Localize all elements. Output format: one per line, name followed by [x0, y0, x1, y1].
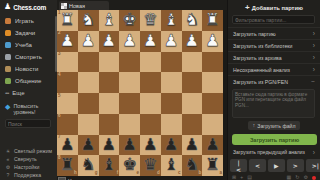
upload-icon: ↑ [253, 123, 256, 128]
black-bishop: ♝ [101, 157, 116, 174]
square-d2[interactable]: ♟ [140, 31, 161, 52]
square-e3[interactable] [119, 52, 140, 73]
square-a3[interactable] [202, 52, 223, 73]
black-bishop: ♝ [164, 157, 179, 174]
add-variation-icon[interactable]: + [240, 175, 243, 180]
square-f4[interactable] [99, 72, 120, 93]
square-a1[interactable]: ♜ [202, 10, 223, 31]
square-a4[interactable] [202, 72, 223, 93]
upload-file-button[interactable]: ↑ Загрузить файл [248, 121, 300, 130]
sidebar-item-puzzles[interactable]: Задачи [0, 27, 57, 39]
sidebar-item-play[interactable]: Играть [0, 15, 57, 27]
file-label: d [157, 171, 160, 176]
chevron-right-icon: › [313, 149, 315, 156]
analysis-tab-bar: Новая [57, 0, 227, 10]
square-b4[interactable] [182, 72, 203, 93]
black-pawn: ♟ [60, 137, 75, 154]
file-label: f [117, 171, 119, 176]
white-pawn: ♟ [205, 33, 220, 50]
rank-label: 4 [58, 73, 61, 78]
sidebar-item-label: Задачи [15, 30, 35, 36]
last-move-button[interactable]: >| [306, 159, 320, 172]
load-game-button[interactable]: Загрузить партию [232, 134, 317, 145]
white-pawn: ♟ [101, 33, 116, 50]
load-option-row[interactable]: Загрузить из архива› [228, 51, 320, 63]
square-c6[interactable] [161, 114, 182, 135]
square-d5[interactable] [140, 93, 161, 114]
square-a5[interactable] [202, 93, 223, 114]
square-g5[interactable] [78, 93, 99, 114]
news-icon [5, 66, 11, 72]
sidebar-item-learn[interactable]: Учеба [0, 39, 57, 51]
load-option-row[interactable]: Загрузить партию› [228, 27, 320, 39]
square-c7[interactable]: ♟ [161, 135, 182, 156]
square-c3[interactable] [161, 52, 182, 73]
square-e5[interactable] [119, 93, 140, 114]
square-b6[interactable] [182, 114, 203, 135]
black-rook: ♜ [205, 157, 220, 174]
filter-games-input[interactable] [232, 15, 315, 24]
sidebar-item-label: Новости [15, 66, 38, 72]
play-icon [5, 18, 11, 24]
square-h2[interactable]: 2♟ [57, 31, 78, 52]
white-pawn: ♟ [122, 33, 137, 50]
sidebar-item-label: Еще [12, 90, 24, 96]
rank-label: 8 [58, 156, 61, 161]
rank-label: 3 [58, 52, 61, 57]
pawn-logo-icon: ♟ [4, 3, 11, 11]
flip-board-icon[interactable]: ↻ [295, 175, 299, 180]
tab-label: Новая [69, 3, 85, 9]
load-option-row[interactable]: Загрузить из PGN/FEN− [228, 75, 320, 87]
load-game-panel: + Добавить партию Загрузить партию›Загру… [227, 0, 320, 180]
chesscom-logo[interactable]: ♟ Chess.com [0, 0, 57, 13]
white-knight: ♞ [81, 12, 96, 29]
square-d8[interactable]: d♛ [140, 155, 161, 176]
square-h1[interactable]: 1♜ [57, 10, 78, 31]
upgrade-label: Повысить уровень! [13, 103, 55, 115]
file-label: c [178, 171, 181, 176]
black-pawn: ♟ [122, 137, 137, 154]
sidebar-item-connect[interactable]: Общение [0, 75, 57, 87]
mini-board-icon [61, 3, 67, 9]
bottom-player-bar: Черные [58, 177, 88, 180]
black-pawn: ♟ [184, 137, 199, 154]
sidebar: ♟ Chess.com ИгратьЗадачиУчебаСмотретьНов… [0, 0, 57, 180]
tab-new-game[interactable]: Новая [59, 1, 109, 10]
sidebar-item-label: Общение [15, 78, 41, 84]
add-game-button[interactable]: + Добавить партию [228, 0, 320, 15]
square-f5[interactable] [99, 93, 120, 114]
square-c4[interactable] [161, 72, 182, 93]
play-button[interactable]: ▶ [268, 159, 285, 172]
square-c1[interactable]: ♝ [161, 10, 182, 31]
white-knight: ♞ [184, 12, 199, 29]
watch-icon [5, 54, 11, 60]
square-f1[interactable]: ♝ [99, 10, 120, 31]
settings-gear-icon: ⚙ [5, 164, 11, 170]
square-a7[interactable]: ♟ [202, 135, 223, 156]
square-b7[interactable]: ♟ [182, 135, 203, 156]
square-d6[interactable] [140, 114, 161, 135]
black-pawn: ♟ [101, 137, 116, 154]
square-d4[interactable] [140, 72, 161, 93]
black-pawn: ♟ [81, 137, 96, 154]
move-navigation-controls: |<<▶>>| [228, 158, 320, 173]
square-e6[interactable] [119, 114, 140, 135]
learn-icon [5, 42, 11, 48]
sidebar-item-label: Смотреть [15, 54, 42, 60]
square-e4[interactable] [119, 72, 140, 93]
white-pawn: ♟ [164, 33, 179, 50]
first-move-button[interactable]: |< [230, 159, 247, 172]
square-e1[interactable]: ♚ [119, 10, 140, 31]
rank-label: 1 [58, 11, 61, 16]
square-h3[interactable]: 3 [57, 52, 78, 73]
add-game-label: Добавить партию [252, 5, 303, 11]
sidebar-nav: ИгратьЗадачиУчебаСмотретьНовостиОбщение [0, 15, 57, 87]
square-b2[interactable]: ♟ [182, 31, 203, 52]
square-b3[interactable] [182, 52, 203, 73]
upload-file-label: Загрузить файл [257, 123, 295, 129]
square-f8[interactable]: f♝ [99, 155, 120, 176]
sidebar-footer: ☀Светлый режим«Свернуть⚙Настройки?Поддер… [0, 147, 57, 179]
chevron-right-icon: › [313, 55, 315, 61]
chevron-right-icon: − [311, 79, 315, 85]
square-d3[interactable] [140, 52, 161, 73]
sidebar-search-input[interactable] [5, 119, 51, 128]
square-f2[interactable]: ♟ [99, 31, 120, 52]
rank-label: 2 [58, 31, 61, 36]
square-g3[interactable] [78, 52, 99, 73]
square-c5[interactable] [161, 93, 182, 114]
chevron-right-icon: › [313, 43, 315, 49]
square-a2[interactable]: ♟ [202, 31, 223, 52]
black-pawn: ♟ [143, 137, 158, 154]
square-h6[interactable]: 6 [57, 114, 78, 135]
player-name: Черные [68, 178, 88, 180]
black-knight: ♞ [184, 157, 199, 174]
load-game-label: Загрузить партию [250, 137, 299, 143]
sidebar-item-label: Играть [15, 18, 34, 24]
black-knight: ♞ [81, 157, 96, 174]
load-option-row[interactable]: Несохраненный анализ› [228, 63, 320, 75]
black-pawn: ♟ [164, 137, 179, 154]
panel-footer: ⊞+▤ ▦↻⚙ [228, 173, 320, 180]
more-icon: ••• [5, 90, 8, 96]
settings-gear-icon[interactable]: ⚙ [304, 175, 308, 180]
white-pawn: ♟ [143, 33, 158, 50]
black-queen: ♛ [143, 157, 158, 174]
rank-label: 5 [58, 94, 61, 99]
square-g4[interactable] [78, 72, 99, 93]
square-b1[interactable]: ♞ [182, 10, 203, 31]
chevron-right-icon: › [313, 67, 315, 73]
file-label: a [219, 171, 222, 176]
next-move-button[interactable]: > [287, 159, 304, 172]
square-e7[interactable]: ♟ [119, 135, 140, 156]
collapse-icon: « [5, 156, 11, 162]
file-label: b [199, 171, 202, 176]
square-h8[interactable]: 8h♜ [57, 155, 78, 176]
rank-label: 7 [58, 135, 61, 140]
square-a6[interactable] [202, 114, 223, 135]
sidebar-footer-light-mode[interactable]: ☀Светлый режим [0, 147, 57, 155]
connect-icon [5, 78, 11, 84]
white-pawn: ♟ [60, 33, 75, 50]
sidebar-item-more[interactable]: ••• Еще [0, 87, 57, 99]
plus-icon: + [245, 4, 250, 12]
square-b8[interactable]: b♞ [182, 155, 203, 176]
white-bishop: ♝ [164, 12, 179, 29]
upgrade-link[interactable]: ◆ Повысить уровень! [0, 99, 57, 117]
white-pawn: ♟ [81, 33, 96, 50]
file-label: h [74, 171, 77, 176]
square-h4[interactable]: 4 [57, 72, 78, 93]
rank-label: 6 [58, 114, 61, 119]
footer-icons-left: ⊞+▤ [232, 175, 252, 180]
previous-move-button[interactable]: < [249, 159, 266, 172]
sidebar-item-news[interactable]: Новости [0, 63, 57, 75]
sidebar-footer-settings-gear[interactable]: ⚙Настройки [0, 163, 57, 171]
square-f7[interactable]: ♟ [99, 135, 120, 156]
square-f3[interactable] [99, 52, 120, 73]
square-c2[interactable]: ♟ [161, 31, 182, 52]
square-a8[interactable]: a♜ [202, 155, 223, 176]
logo-text: Chess.com [13, 4, 46, 11]
black-pawn: ♟ [205, 137, 220, 154]
sidebar-item-watch[interactable]: Смотреть [0, 51, 57, 63]
square-g7[interactable]: ♟ [78, 135, 99, 156]
square-e8[interactable]: e♚ [119, 155, 140, 176]
support-icon: ? [5, 172, 11, 178]
sidebar-footer-collapse[interactable]: «Свернуть [0, 155, 57, 163]
white-queen: ♛ [143, 12, 158, 29]
white-pawn: ♟ [184, 33, 199, 50]
puzzles-icon [5, 30, 11, 36]
main-area: Новая 1♜♞♝♚♛♝♞♜2♟♟♟♟♟♟♟♟34567♟♟♟♟♟♟♟♟8h♜… [57, 0, 227, 180]
light-mode-icon: ☀ [5, 148, 11, 154]
sidebar-item-label: Учеба [15, 42, 32, 48]
player-avatar [58, 177, 66, 180]
load-options-list: Загрузить партию›Загрузить из библиотеки… [228, 27, 320, 87]
white-king: ♚ [122, 12, 137, 29]
square-d1[interactable]: ♛ [140, 10, 161, 31]
themes-icon[interactable]: ▦ [287, 175, 292, 180]
file-label: e [136, 171, 139, 176]
board-editor-icon[interactable]: ⊞ [232, 175, 236, 180]
prev-analysis-label: Загрузить предыдущий анализ [233, 149, 305, 155]
pgn-input[interactable] [232, 89, 315, 118]
sidebar-footer-support[interactable]: ?Поддержка [0, 171, 57, 179]
square-g1[interactable]: ♞ [78, 10, 99, 31]
white-rook: ♜ [60, 12, 75, 29]
sidebar-scrollbar[interactable] [55, 16, 57, 72]
square-h5[interactable]: 5 [57, 93, 78, 114]
square-g2[interactable]: ♟ [78, 31, 99, 52]
square-c8[interactable]: c♝ [161, 155, 182, 176]
layout-icon[interactable]: ▤ [247, 175, 252, 180]
load-option-row[interactable]: Загрузить из библиотеки› [228, 39, 320, 51]
load-previous-analysis-row[interactable]: Загрузить предыдущий анализ › [228, 147, 320, 157]
square-d7[interactable]: ♟ [140, 135, 161, 156]
square-e2[interactable]: ♟ [119, 31, 140, 52]
diamond-icon: ◆ [5, 103, 10, 111]
footer-icons-right: ▦↻⚙ [287, 175, 316, 180]
square-h7[interactable]: 7♟ [57, 135, 78, 156]
black-king: ♚ [122, 157, 137, 174]
chevron-right-icon: › [313, 31, 315, 37]
square-g6[interactable] [78, 114, 99, 135]
square-b5[interactable] [182, 93, 203, 114]
square-g8[interactable]: g♞ [78, 155, 99, 176]
white-rook: ♜ [205, 12, 220, 29]
record-dot-icon [312, 176, 316, 180]
black-rook: ♜ [60, 157, 75, 174]
chess-board[interactable]: 1♜♞♝♚♛♝♞♜2♟♟♟♟♟♟♟♟34567♟♟♟♟♟♟♟♟8h♜g♞f♝e♚… [57, 10, 223, 176]
white-bishop: ♝ [101, 12, 116, 29]
file-label: g [95, 171, 98, 176]
square-f6[interactable] [99, 114, 120, 135]
